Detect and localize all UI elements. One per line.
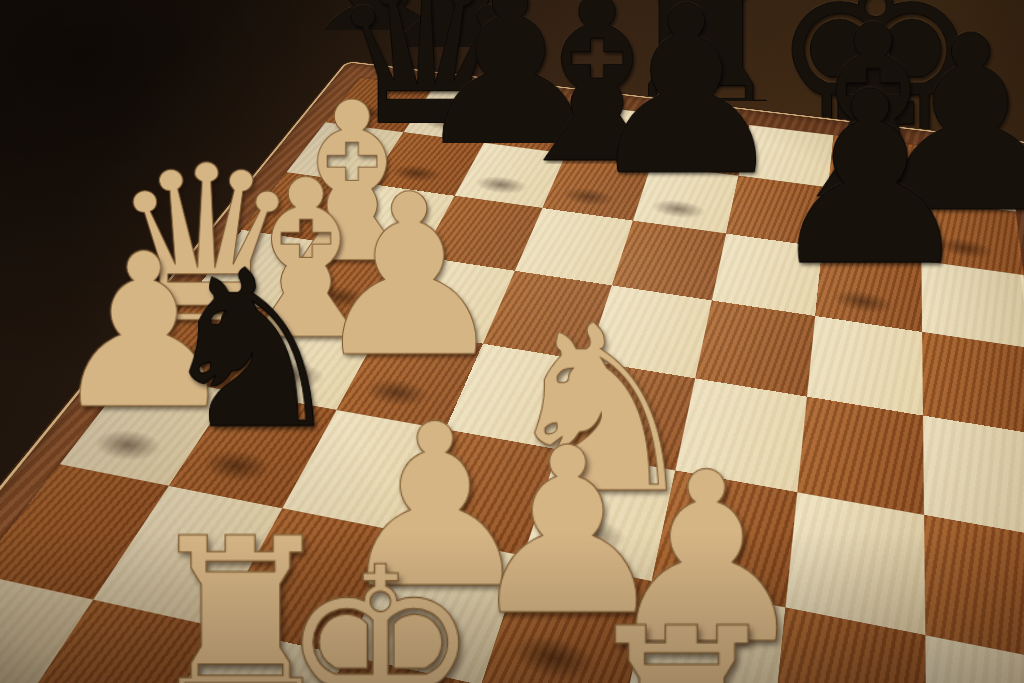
chess-board: ♟♟♜♚♛♟♝♟♝♟♟♝♛♝♟♟♞♞♟♟♟♜♚♜ <box>0 61 1024 683</box>
board-grid: ♟♟♜♚♛♟♝♟♝♟♟♝♛♝♟♟♞♞♟♟♟♜♚♜ <box>0 78 1024 683</box>
square-h4[interactable] <box>923 416 1024 539</box>
black-pawn-g6[interactable]: ♟ <box>762 66 976 293</box>
photo-canvas: ♟♟♜♚♛♟♝♟♝♟♟♝♛♝♟♟♞♞♟♟♟♜♚♜ <box>0 0 1024 683</box>
white-rook-f1[interactable]: ♜ <box>575 604 787 683</box>
board-frame: ♟♟♜♚♛♟♝♟♝♟♟♝♛♝♟♟♞♞♟♟♟♜♚♜ <box>0 61 1024 683</box>
white-king-d1[interactable]: ♚ <box>279 544 480 683</box>
black-knight-b3[interactable]: ♞ <box>154 248 349 454</box>
scene: ♟♟♜♚♛♟♝♟♝♟♟♝♛♝♟♟♞♞♟♟♟♜♚♜ <box>0 0 1024 683</box>
black-pawn-e7[interactable]: ♟ <box>582 0 790 202</box>
square-d1[interactable]: ♚ <box>279 655 482 683</box>
